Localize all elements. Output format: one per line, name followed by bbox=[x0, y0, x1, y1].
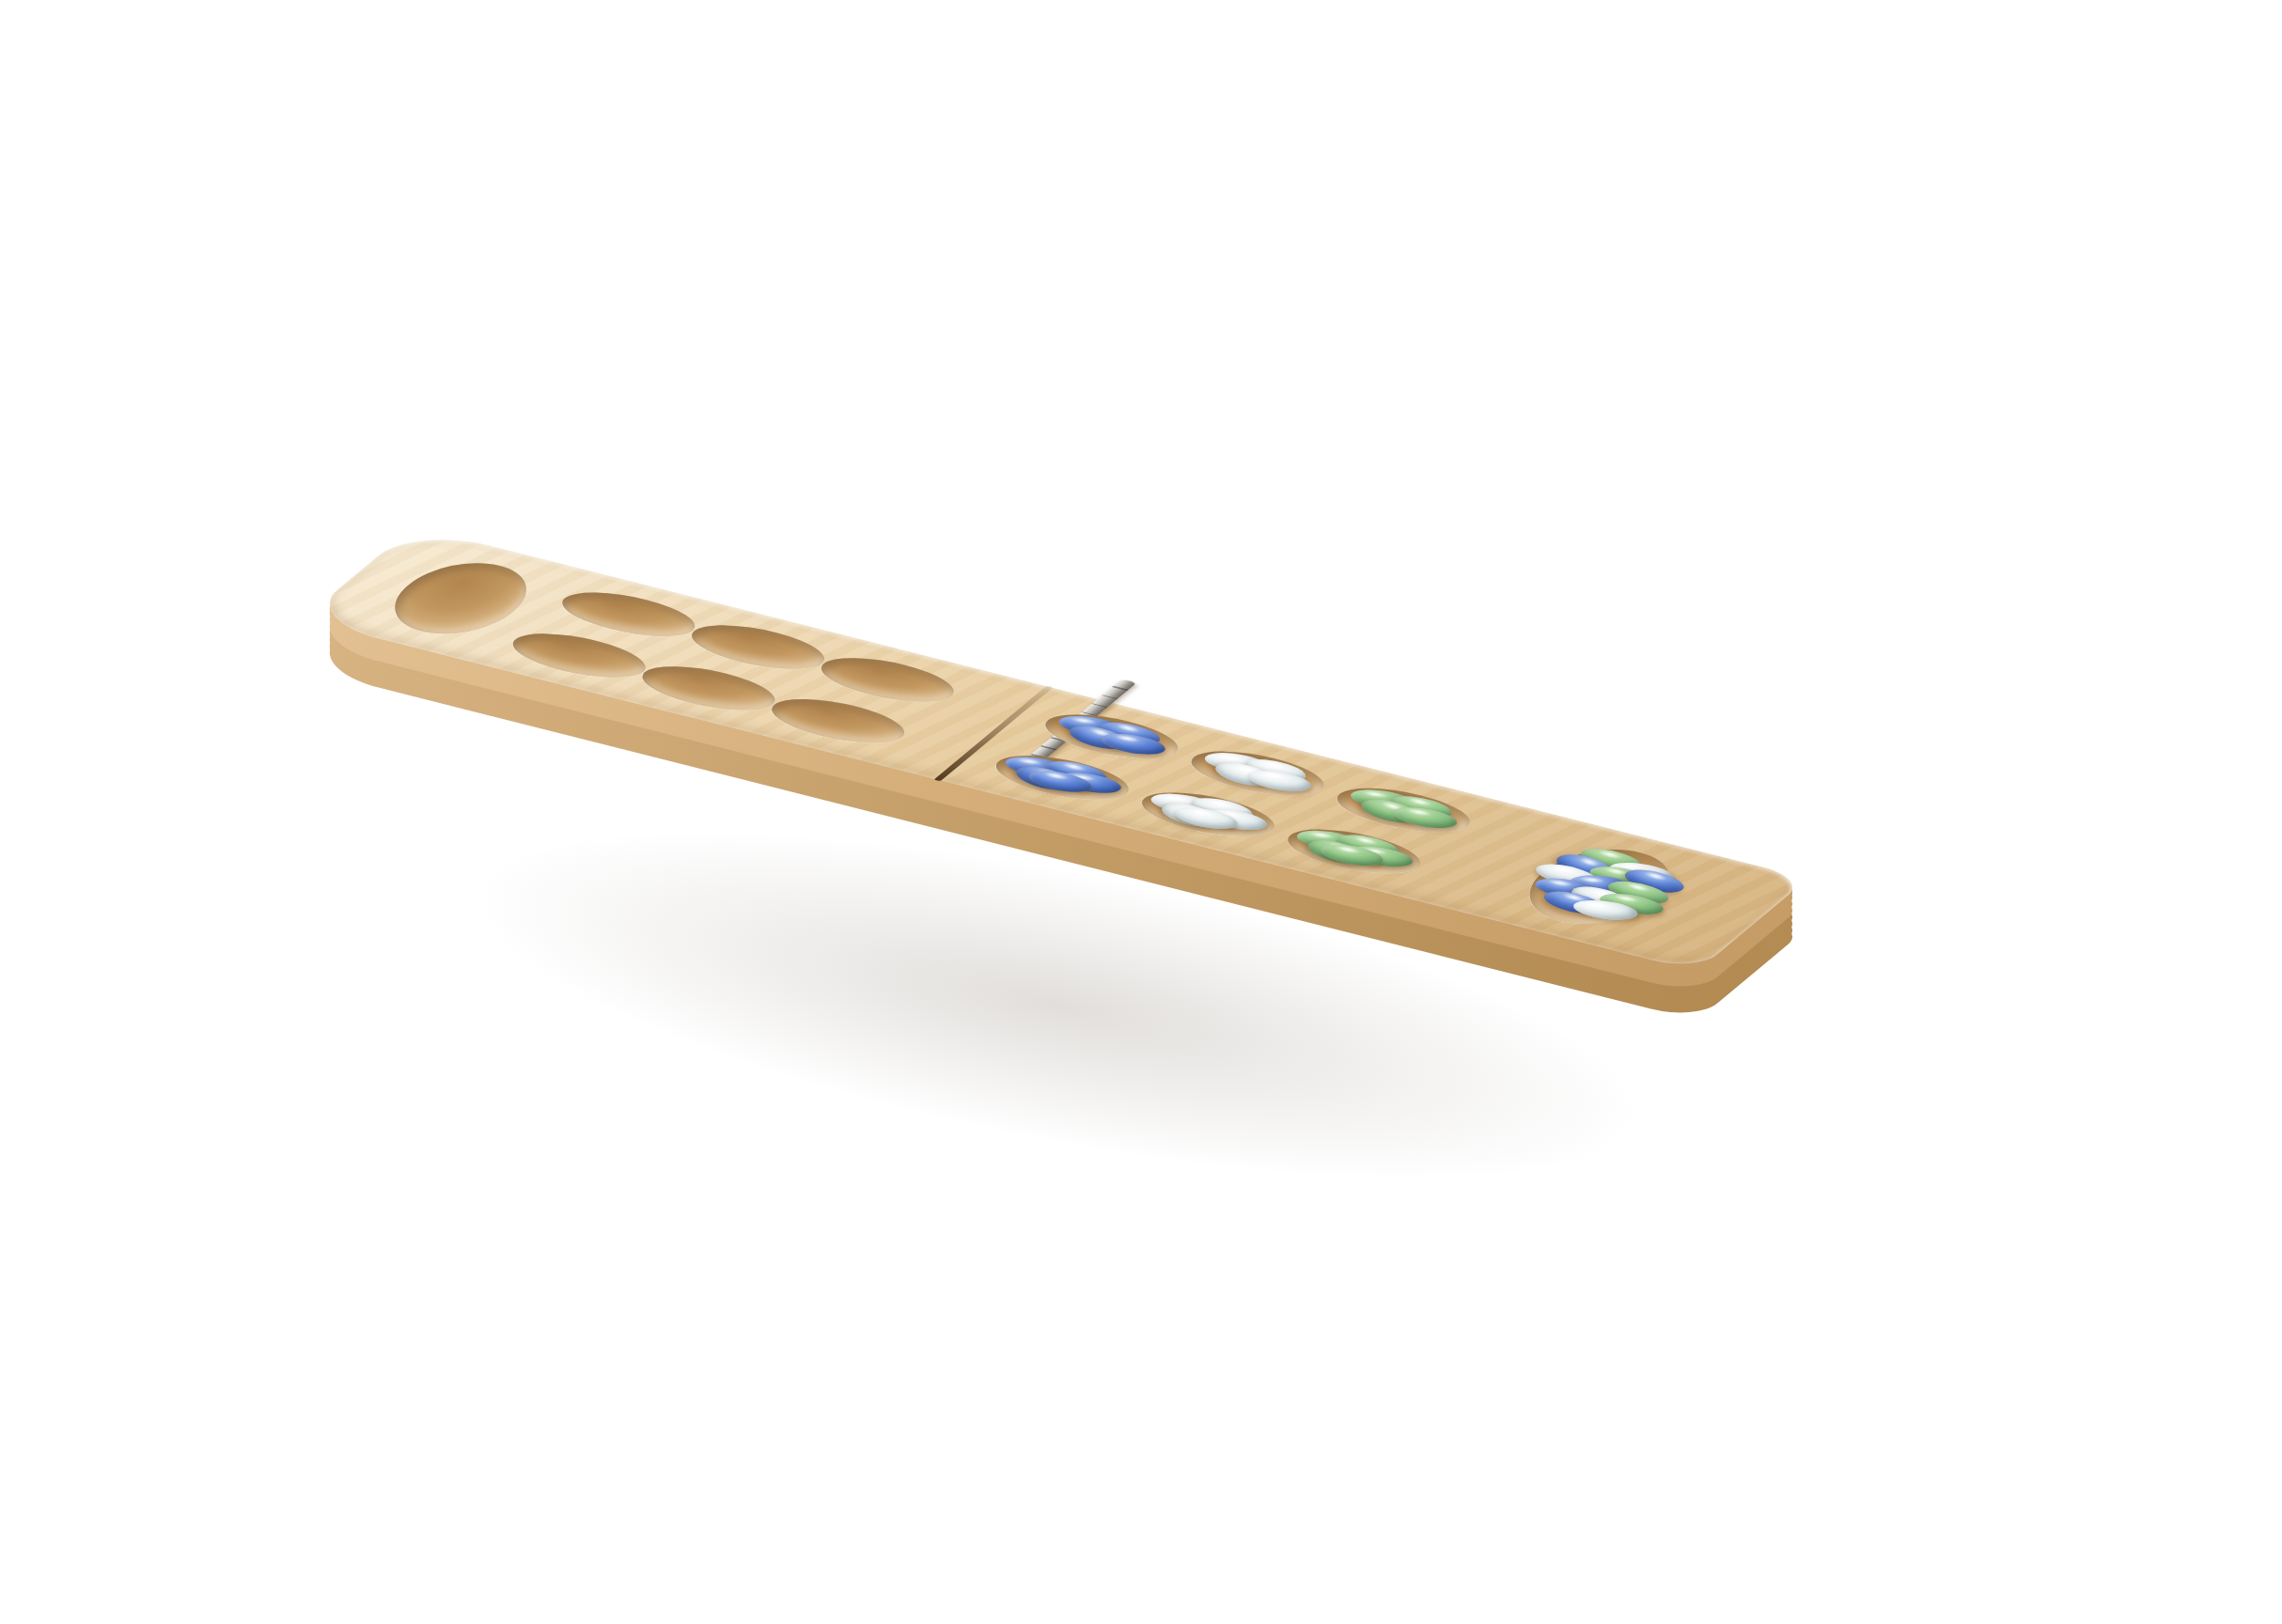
store-right[interactable] bbox=[1502, 838, 1697, 935]
store-left[interactable] bbox=[369, 553, 553, 645]
